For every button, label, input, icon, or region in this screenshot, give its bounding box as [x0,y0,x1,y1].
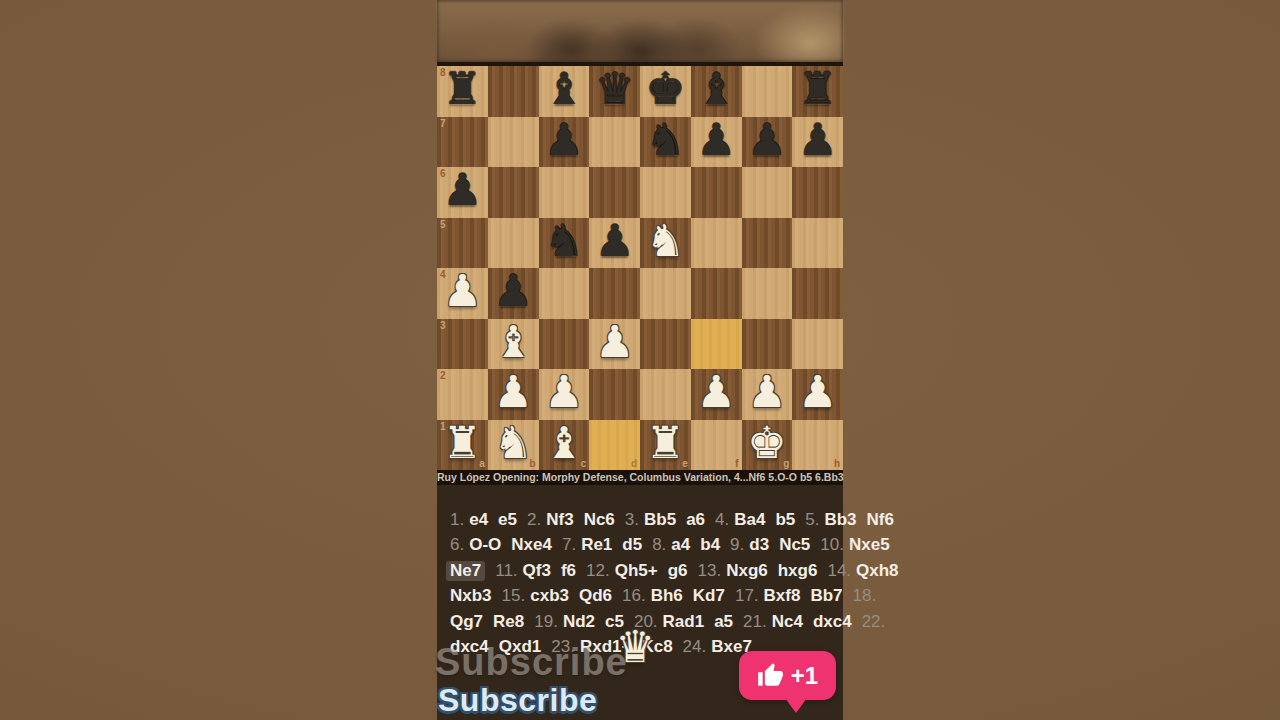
square-g8[interactable] [742,66,793,117]
move[interactable]: a6 [686,510,705,530]
square-a2[interactable]: 2 [437,369,488,420]
square-d6[interactable] [589,167,640,218]
square-e2[interactable] [640,369,691,420]
square-c4[interactable] [539,268,590,319]
move-line: 6.O-ONxe47.Re1d58.a4b49.d3Nc510.Nxe5 [450,533,835,559]
white-knight: ♞ [646,219,685,263]
white-knight: ♞ [493,421,532,465]
rank-label: 1 [440,422,446,432]
square-g1[interactable]: g♚ [742,420,793,471]
square-h2[interactable]: ♟ [792,369,843,420]
white-rook: ♜ [443,421,482,465]
square-d2[interactable] [589,369,640,420]
file-label: h [834,459,840,469]
move-number: 4. [715,510,729,530]
file-label: f [735,459,738,469]
square-b5[interactable] [488,218,539,269]
move[interactable]: a5 [714,612,733,632]
move-number: 15. [502,586,526,606]
square-g3[interactable] [742,319,793,370]
white-pawn: ♟ [747,370,786,414]
move-line: 1.e4e52.Nf3Nc63.Bb5a64.Ba4b55.Bb3Nf6 [450,507,835,533]
square-f6[interactable] [691,167,742,218]
square-d3[interactable]: ♟ [589,319,640,370]
video-column: 8♜♝♛♚♝♜7♟♞♟♟♟6♟5♞♟♞4♟♟3♝♟2♟♟♟♟♟1a♜b♞c♝de… [437,0,843,720]
chess-board: 8♜♝♛♚♝♜7♟♞♟♟♟6♟5♞♟♞4♟♟3♝♟2♟♟♟♟♟1a♜b♞c♝de… [437,66,843,470]
white-pawn: ♟ [595,320,634,364]
square-c8[interactable]: ♝ [539,66,590,117]
move-line: Ne711.Qf3f612.Qh5+g613.Nxg6hxg614.Qxh8 [450,558,835,584]
square-d5[interactable]: ♟ [589,218,640,269]
black-pawn: ♟ [798,118,837,162]
move-number: 17. [735,586,759,606]
move[interactable]: Nxb3 [450,586,492,606]
square-g7[interactable]: ♟ [742,117,793,168]
move-number: 9. [730,535,744,555]
move[interactable]: Rad1 [663,612,705,632]
square-b8[interactable] [488,66,539,117]
move[interactable]: Nxe4 [511,535,552,555]
file-label: a [479,459,485,469]
black-knight: ♞ [544,219,583,263]
move-number: 14. [827,561,851,581]
square-f1[interactable]: f [691,420,742,471]
move[interactable]: Bb5 [644,510,676,530]
move[interactable]: Re8 [493,612,524,632]
square-a7[interactable]: 7 [437,117,488,168]
square-a1[interactable]: 1a♜ [437,420,488,471]
black-pawn: ♟ [493,269,532,313]
square-g6[interactable] [742,167,793,218]
square-h7[interactable]: ♟ [792,117,843,168]
square-e7[interactable]: ♞ [640,117,691,168]
move[interactable]: g6 [668,561,688,581]
square-e6[interactable] [640,167,691,218]
square-e4[interactable] [640,268,691,319]
square-e8[interactable]: ♚ [640,66,691,117]
move[interactable]: Qf3 [523,561,551,581]
move[interactable]: Nxe5 [849,535,890,555]
move-number: 22. [862,612,886,632]
square-a3[interactable]: 3 [437,319,488,370]
square-c5[interactable]: ♞ [539,218,590,269]
rank-label: 2 [440,371,446,381]
file-label: b [529,459,535,469]
black-rook: ♜ [798,67,837,111]
white-bishop: ♝ [493,320,532,364]
move[interactable]: dxc4 [813,612,852,632]
black-queen: ♛ [595,67,634,111]
move-line: Qg7Re819.Nd2c520.Rad1a521.Nc4dxc422. [450,609,835,635]
square-d4[interactable] [589,268,640,319]
square-h1[interactable]: h [792,420,843,471]
square-d7[interactable] [589,117,640,168]
move[interactable]: Bb3 [824,510,856,530]
move[interactable]: Qh5+ [615,561,658,581]
move[interactable]: Nc4 [772,612,803,632]
file-label: c [581,459,587,469]
white-pawn: ♟ [544,370,583,414]
square-c2[interactable]: ♟ [539,369,590,420]
file-label: e [682,459,688,469]
rank-label: 5 [440,220,446,230]
move[interactable]: Kc8 [641,637,672,657]
subscribe-watermark: Subscribe [438,682,597,719]
square-f8[interactable]: ♝ [691,66,742,117]
move[interactable]: b4 [700,535,720,555]
black-pawn: ♟ [696,118,735,162]
subscribe-watermark-ghost: Subscribe [435,641,628,684]
move[interactable]: Bb7 [810,586,842,606]
black-bishop: ♝ [544,67,583,111]
move-number: 19. [534,612,558,632]
move-number: 10. [820,535,844,555]
black-knight: ♞ [646,118,685,162]
move-number: 21. [743,612,767,632]
move-number: 24. [683,637,707,657]
move[interactable]: f6 [561,561,576,581]
square-c6[interactable] [539,167,590,218]
move-number: 2. [527,510,541,530]
white-pawn: ♟ [443,269,482,313]
move[interactable]: Nc6 [584,510,615,530]
move-number: 3. [625,510,639,530]
white-bishop: ♝ [544,421,583,465]
move-number: 11. [495,561,517,581]
rank-label: 3 [440,321,446,331]
square-a4[interactable]: 4♟ [437,268,488,319]
like-plus-one-badge: +1 [739,651,836,700]
square-b6[interactable] [488,167,539,218]
white-pawn: ♟ [493,370,532,414]
black-pawn: ♟ [544,118,583,162]
black-king: ♚ [646,67,685,111]
move[interactable]: d5 [622,535,642,555]
white-pawn: ♟ [798,370,837,414]
square-a6[interactable]: 6♟ [437,167,488,218]
move-number: 12. [586,561,610,581]
move[interactable]: Kd7 [693,586,725,606]
move-number: 8. [652,535,666,555]
rank-label: 6 [440,169,446,179]
rank-label: 7 [440,119,446,129]
square-g5[interactable] [742,218,793,269]
black-pawn: ♟ [443,168,482,212]
square-h5[interactable] [792,218,843,269]
square-b1[interactable]: b♞ [488,420,539,471]
square-h4[interactable] [792,268,843,319]
move[interactable]: cxb3 [530,586,569,606]
file-label: g [783,459,789,469]
move[interactable]: Nxg6 [726,561,768,581]
move[interactable]: Ba4 [734,510,765,530]
move-line: Nxb315.cxb3Qd616.Bh6Kd717.Bxf8Bb718. [450,584,835,610]
square-c3[interactable] [539,319,590,370]
thumbs-up-icon [757,662,784,689]
black-rook: ♜ [443,67,482,111]
square-f2[interactable]: ♟ [691,369,742,420]
move-number: 16. [622,586,646,606]
move[interactable]: O-O [469,535,501,555]
black-bishop: ♝ [696,67,735,111]
square-e3[interactable] [640,319,691,370]
square-b7[interactable] [488,117,539,168]
plus-one-label: +1 [791,662,818,690]
square-f7[interactable]: ♟ [691,117,742,168]
move-number: 6. [450,535,464,555]
square-f5[interactable] [691,218,742,269]
square-a8[interactable]: 8♜ [437,66,488,117]
square-g2[interactable]: ♟ [742,369,793,420]
square-c1[interactable]: c♝ [539,420,590,471]
move[interactable]: hxg6 [778,561,818,581]
square-f3[interactable] [691,319,742,370]
file-label: d [631,459,637,469]
rank-label: 8 [440,68,446,78]
move[interactable]: Nd2 [563,612,595,632]
move-list: 1.e4e52.Nf3Nc63.Bb5a64.Ba4b55.Bb3Nf66.O-… [450,507,835,660]
square-b3[interactable]: ♝ [488,319,539,370]
square-a5[interactable]: 5 [437,218,488,269]
move-number: 20. [634,612,658,632]
blurred-banner [437,0,843,62]
move[interactable]: e5 [498,510,517,530]
square-e5[interactable]: ♞ [640,218,691,269]
move[interactable]: Qxh8 [856,561,899,581]
move[interactable]: Nf6 [867,510,894,530]
move-number: 18. [853,586,877,606]
square-d8[interactable]: ♛ [589,66,640,117]
black-pawn: ♟ [747,118,786,162]
move[interactable]: a4 [671,535,690,555]
square-c7[interactable]: ♟ [539,117,590,168]
move[interactable]: d3 [749,535,769,555]
move[interactable]: Qg7 [450,612,483,632]
white-rook: ♜ [646,421,685,465]
rank-label: 4 [440,270,446,280]
move-number: 7. [562,535,576,555]
move-number: 13. [698,561,722,581]
square-g4[interactable] [742,268,793,319]
move[interactable]: Nc5 [779,535,810,555]
black-pawn: ♟ [595,219,634,263]
move[interactable]: Re1 [581,535,612,555]
move[interactable]: Bxf8 [764,586,801,606]
square-d1[interactable]: d [589,420,640,471]
square-b2[interactable]: ♟ [488,369,539,420]
move[interactable]: c5 [605,612,624,632]
square-h8[interactable]: ♜ [792,66,843,117]
square-h6[interactable] [792,167,843,218]
move[interactable]: b5 [775,510,795,530]
opening-caption: Ruy López Opening: Morphy Defense, Colum… [437,470,843,485]
white-pawn: ♟ [696,370,735,414]
move[interactable]: Qd6 [579,586,612,606]
move-current[interactable]: Ne7 [446,561,485,581]
move[interactable]: e4 [469,510,488,530]
square-h3[interactable] [792,319,843,370]
white-king: ♚ [747,421,786,465]
square-f4[interactable] [691,268,742,319]
move-number: 5. [805,510,819,530]
move[interactable]: Bh6 [651,586,683,606]
square-e1[interactable]: e♜ [640,420,691,471]
square-b4[interactable]: ♟ [488,268,539,319]
badge-tail [785,698,807,713]
move[interactable]: Nf3 [546,510,573,530]
move-number: 1. [450,510,464,530]
